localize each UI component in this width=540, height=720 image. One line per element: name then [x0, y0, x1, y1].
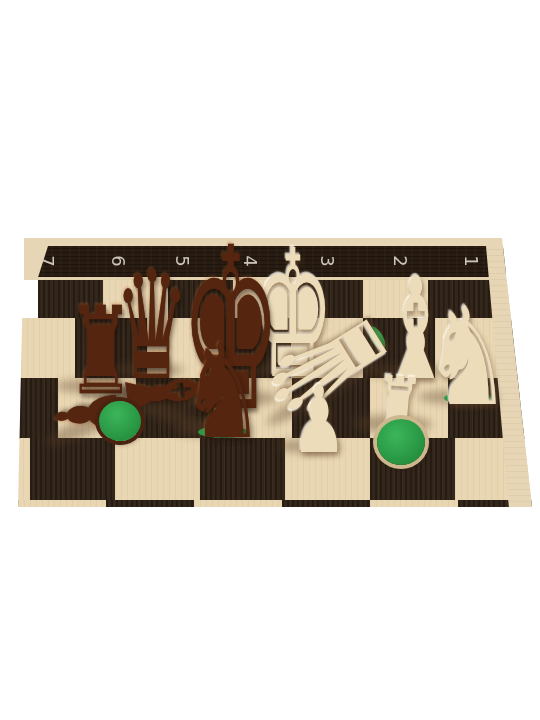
board-square — [106, 500, 195, 509]
board-square — [526, 378, 540, 439]
product-photo: 7654321 ♜♛♚♞♟♝♚♛♟♜♝♞ — [0, 0, 540, 720]
light-pawn: ♟ — [291, 374, 346, 467]
board-square — [3, 318, 76, 379]
rank-label-7: 7 — [38, 255, 56, 266]
board-square — [370, 500, 459, 509]
light-knight: ♞ — [424, 289, 512, 425]
board-square — [30, 438, 116, 501]
rank-label-1: 1 — [462, 255, 480, 266]
board-square — [0, 500, 19, 509]
board-square — [282, 500, 371, 509]
light-rook-felt-base — [377, 419, 425, 465]
board-square — [0, 438, 31, 501]
board-square — [194, 500, 283, 509]
dark-knight: ♞ — [181, 327, 265, 457]
board-square — [18, 500, 107, 509]
